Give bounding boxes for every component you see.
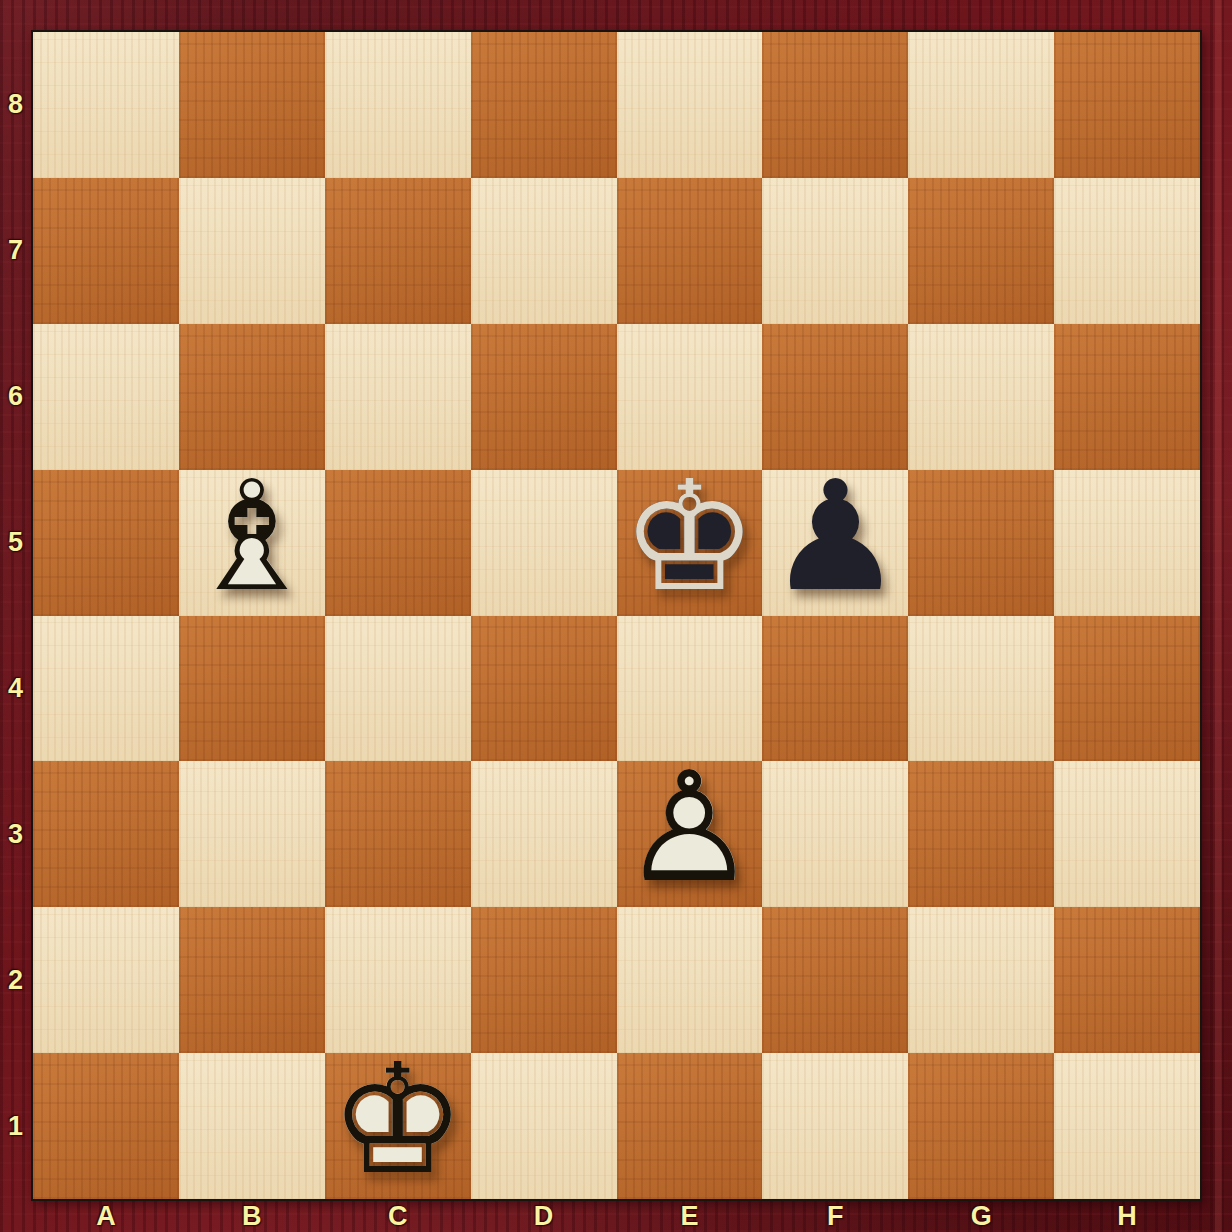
piece-black-king-e5[interactable]: ♚♔ xyxy=(617,470,763,616)
square-g6[interactable] xyxy=(908,324,1054,470)
square-h1[interactable] xyxy=(1054,1053,1200,1199)
square-c6[interactable] xyxy=(325,324,471,470)
square-b3[interactable] xyxy=(179,761,325,907)
square-e3[interactable]: ♟♙ xyxy=(617,761,763,907)
piece-white-bishop-b5[interactable]: ♝♗ xyxy=(179,470,325,616)
square-f8[interactable] xyxy=(762,32,908,178)
square-e2[interactable] xyxy=(617,907,763,1053)
square-a4[interactable] xyxy=(33,616,179,762)
file-label-e: E xyxy=(617,1200,763,1232)
square-h8[interactable] xyxy=(1054,32,1200,178)
square-g3[interactable] xyxy=(908,761,1054,907)
square-f7[interactable] xyxy=(762,178,908,324)
file-label-a: A xyxy=(33,1200,179,1232)
square-d2[interactable] xyxy=(471,907,617,1053)
file-labels: ABCDEFGH xyxy=(33,1200,1200,1232)
square-b7[interactable] xyxy=(179,178,325,324)
rank-label-8: 8 xyxy=(0,32,31,178)
square-a6[interactable] xyxy=(33,324,179,470)
square-g7[interactable] xyxy=(908,178,1054,324)
square-c1[interactable]: ♚♔ xyxy=(325,1053,471,1199)
rank-labels: 87654321 xyxy=(0,32,31,1199)
rank-label-1: 1 xyxy=(0,1053,31,1199)
square-e8[interactable] xyxy=(617,32,763,178)
square-b4[interactable] xyxy=(179,616,325,762)
square-a8[interactable] xyxy=(33,32,179,178)
square-f5[interactable]: ♟ xyxy=(762,470,908,616)
file-label-c: C xyxy=(325,1200,471,1232)
square-d1[interactable] xyxy=(471,1053,617,1199)
square-d8[interactable] xyxy=(471,32,617,178)
piece-white-pawn-e3[interactable]: ♟♙ xyxy=(617,761,763,907)
piece-glyph-outline: ♔ xyxy=(330,1044,466,1196)
square-h2[interactable] xyxy=(1054,907,1200,1053)
square-h7[interactable] xyxy=(1054,178,1200,324)
rank-label-2: 2 xyxy=(0,907,31,1053)
rank-label-5: 5 xyxy=(0,470,31,616)
square-d5[interactable] xyxy=(471,470,617,616)
square-h3[interactable] xyxy=(1054,761,1200,907)
square-b8[interactable] xyxy=(179,32,325,178)
square-e7[interactable] xyxy=(617,178,763,324)
square-h4[interactable] xyxy=(1054,616,1200,762)
square-g5[interactable] xyxy=(908,470,1054,616)
square-c4[interactable] xyxy=(325,616,471,762)
square-f3[interactable] xyxy=(762,761,908,907)
file-label-f: F xyxy=(762,1200,908,1232)
piece-black-pawn-f5[interactable]: ♟ xyxy=(762,470,908,616)
square-g1[interactable] xyxy=(908,1053,1054,1199)
square-c3[interactable] xyxy=(325,761,471,907)
piece-glyph-outline: ♔ xyxy=(621,460,757,612)
chess-board: ♝♗♚♔♟♟♙♚♔ xyxy=(31,30,1202,1201)
square-b5[interactable]: ♝♗ xyxy=(179,470,325,616)
rank-label-6: 6 xyxy=(0,324,31,470)
square-g4[interactable] xyxy=(908,616,1054,762)
square-a3[interactable] xyxy=(33,761,179,907)
square-g2[interactable] xyxy=(908,907,1054,1053)
square-f4[interactable] xyxy=(762,616,908,762)
square-g8[interactable] xyxy=(908,32,1054,178)
file-label-b: B xyxy=(179,1200,325,1232)
piece-glyph-outline: ♙ xyxy=(621,752,757,904)
square-h5[interactable] xyxy=(1054,470,1200,616)
square-d6[interactable] xyxy=(471,324,617,470)
square-e1[interactable] xyxy=(617,1053,763,1199)
square-b1[interactable] xyxy=(179,1053,325,1199)
file-label-d: D xyxy=(471,1200,617,1232)
square-b2[interactable] xyxy=(179,907,325,1053)
square-e5[interactable]: ♚♔ xyxy=(617,470,763,616)
square-a7[interactable] xyxy=(33,178,179,324)
file-label-g: G xyxy=(908,1200,1054,1232)
square-a5[interactable] xyxy=(33,470,179,616)
square-c7[interactable] xyxy=(325,178,471,324)
piece-glyph-fill: ♟ xyxy=(767,460,903,612)
piece-glyph-outline: ♗ xyxy=(184,460,320,612)
piece-white-king-c1[interactable]: ♚♔ xyxy=(325,1053,471,1199)
square-c8[interactable] xyxy=(325,32,471,178)
chess-app: ♝♗♚♔♟♟♙♚♔ ABCDEFGH 87654321 xyxy=(0,0,1232,1232)
square-d7[interactable] xyxy=(471,178,617,324)
square-f1[interactable] xyxy=(762,1053,908,1199)
rank-label-4: 4 xyxy=(0,616,31,762)
square-h6[interactable] xyxy=(1054,324,1200,470)
square-c5[interactable] xyxy=(325,470,471,616)
file-label-h: H xyxy=(1054,1200,1200,1232)
square-a1[interactable] xyxy=(33,1053,179,1199)
square-d4[interactable] xyxy=(471,616,617,762)
rank-label-3: 3 xyxy=(0,761,31,907)
rank-label-7: 7 xyxy=(0,178,31,324)
square-d3[interactable] xyxy=(471,761,617,907)
square-f2[interactable] xyxy=(762,907,908,1053)
square-a2[interactable] xyxy=(33,907,179,1053)
